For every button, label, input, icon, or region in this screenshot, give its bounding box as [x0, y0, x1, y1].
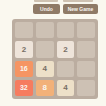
empty-cell [15, 22, 33, 38]
empty-cell [77, 61, 95, 77]
empty-cell [57, 22, 75, 38]
tile-8: 8 [36, 80, 54, 96]
tile-2: 2 [15, 41, 33, 57]
empty-cell [36, 22, 54, 38]
tile-4: 4 [36, 61, 54, 77]
tile-32: 32 [15, 80, 33, 96]
empty-cell [36, 41, 54, 57]
empty-cell [77, 22, 95, 38]
tile-16: 16 [15, 61, 33, 77]
board[interactable]: 221643284 [12, 19, 98, 99]
empty-cell [77, 41, 95, 57]
best-box-remnant [63, 0, 93, 2]
empty-cell [57, 61, 75, 77]
undo-button[interactable]: Undo [33, 4, 60, 14]
tile-4: 4 [57, 80, 75, 96]
empty-cell [77, 80, 95, 96]
score-box-remnant [34, 0, 58, 2]
tile-2: 2 [57, 41, 75, 57]
new-game-button[interactable]: New Game [63, 4, 98, 14]
